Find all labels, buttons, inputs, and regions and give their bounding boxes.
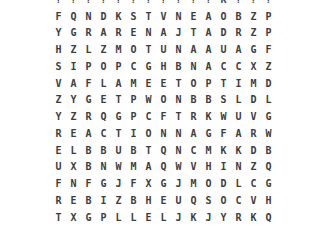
cropped-letter-tip: ? — [81, 0, 96, 8]
letter-cell[interactable]: W — [141, 92, 156, 109]
letter-cell[interactable]: K — [231, 142, 246, 159]
letter-cell[interactable]: A — [201, 8, 216, 25]
letter-cell[interactable]: A — [231, 125, 246, 142]
letter-cell[interactable]: G — [261, 108, 276, 125]
letter-cell[interactable]: E — [51, 142, 66, 159]
letter-cell[interactable]: E — [141, 75, 156, 92]
letter-cell[interactable]: T — [216, 75, 231, 92]
letter-cell[interactable]: S — [51, 58, 66, 75]
letter-cell[interactable]: M — [201, 142, 216, 159]
letter-cell[interactable]: T — [51, 209, 66, 226]
letter-cell[interactable]: H — [141, 192, 156, 209]
letter-cell[interactable]: J — [171, 209, 186, 226]
letter-cell[interactable]: B — [81, 159, 96, 176]
letter-cell[interactable]: K — [246, 209, 261, 226]
letter-cell[interactable]: C — [246, 175, 261, 192]
letter-cell[interactable]: C — [186, 142, 201, 159]
letter-cell[interactable]: P — [81, 58, 96, 75]
letter-cell[interactable]: B — [126, 192, 141, 209]
letter-cell[interactable]: U — [231, 108, 246, 125]
letter-cell[interactable]: F — [51, 8, 66, 25]
letter-cell[interactable]: K — [201, 108, 216, 125]
letter-cell[interactable]: Z — [246, 25, 261, 42]
letter-cell[interactable]: T — [171, 75, 186, 92]
letter-cell[interactable]: B — [126, 142, 141, 159]
letter-cell[interactable]: F — [216, 125, 231, 142]
letter-cell[interactable]: R — [81, 25, 96, 42]
letter-cell[interactable]: G — [96, 175, 111, 192]
letter-cell[interactable]: A — [231, 41, 246, 58]
letter-cell[interactable]: E — [66, 192, 81, 209]
cropped-letter-tip: ? — [261, 0, 276, 8]
letter-cell[interactable]: F — [261, 41, 276, 58]
letter-cell[interactable]: J — [171, 175, 186, 192]
letter-cell[interactable]: T — [111, 125, 126, 142]
letter-cell[interactable]: R — [231, 25, 246, 42]
letter-cell[interactable]: F — [51, 175, 66, 192]
letter-cell[interactable]: R — [231, 209, 246, 226]
letter-cell[interactable]: T — [141, 41, 156, 58]
letter-cell[interactable]: H — [51, 41, 66, 58]
letter-cell[interactable]: G — [81, 92, 96, 109]
letter-cell[interactable]: E — [156, 75, 171, 92]
letter-cell[interactable]: G — [141, 58, 156, 75]
letter-cell[interactable]: S — [201, 192, 216, 209]
letter-cell[interactable]: E — [126, 25, 141, 42]
letter-cell[interactable]: M — [126, 75, 141, 92]
letter-cell[interactable]: F — [126, 175, 141, 192]
letter-cell[interactable]: N — [186, 58, 201, 75]
letter-cell[interactable]: O — [156, 92, 171, 109]
letter-cell[interactable]: T — [171, 108, 186, 125]
letter-cell[interactable]: P — [261, 8, 276, 25]
letter-cell[interactable]: Q — [66, 8, 81, 25]
cropped-letter-tip: ? — [111, 0, 126, 8]
letter-cell[interactable]: M — [126, 159, 141, 176]
letter-cell[interactable]: J — [201, 209, 216, 226]
letter-cell[interactable]: R — [81, 108, 96, 125]
letter-cell[interactable]: I — [216, 159, 231, 176]
letter-cell[interactable]: U — [51, 159, 66, 176]
letter-cell[interactable]: T — [111, 92, 126, 109]
letter-cell[interactable]: L — [111, 209, 126, 226]
letter-cell[interactable]: P — [126, 108, 141, 125]
letter-cell[interactable]: O — [201, 175, 216, 192]
letter-cell[interactable]: O — [216, 192, 231, 209]
letter-cell[interactable]: B — [171, 58, 186, 75]
letter-cell[interactable]: V — [186, 159, 201, 176]
letter-cell[interactable]: J — [111, 175, 126, 192]
letter-cell[interactable]: H — [156, 58, 171, 75]
letter-cell[interactable]: R — [246, 125, 261, 142]
letter-cell[interactable]: V — [51, 75, 66, 92]
letter-cell[interactable]: Q — [261, 209, 276, 226]
letter-cell[interactable]: D — [246, 92, 261, 109]
letter-cell[interactable]: M — [186, 175, 201, 192]
letter-cell[interactable]: P — [96, 209, 111, 226]
letter-cell[interactable]: D — [96, 8, 111, 25]
letter-cell[interactable]: A — [156, 25, 171, 42]
letter-cell[interactable]: A — [111, 75, 126, 92]
cropped-letter-tip: ? — [51, 0, 66, 8]
word-search-grid: ???????????R???FQNDKSTVNEAOBZPYGRARENAJT… — [51, 0, 276, 226]
letter-cell[interactable]: R — [51, 125, 66, 142]
letter-cell[interactable]: E — [186, 8, 201, 25]
letter-cell[interactable]: G — [111, 108, 126, 125]
letter-cell[interactable]: A — [96, 25, 111, 42]
letter-cell[interactable]: D — [261, 75, 276, 92]
letter-cell[interactable]: E — [66, 125, 81, 142]
letter-cell[interactable]: B — [81, 192, 96, 209]
letter-cell[interactable]: E — [141, 209, 156, 226]
letter-cell[interactable]: L — [231, 92, 246, 109]
letter-cell[interactable]: T — [141, 142, 156, 159]
letter-cell[interactable]: G — [156, 175, 171, 192]
letter-cell[interactable]: A — [141, 159, 156, 176]
letter-cell[interactable]: X — [66, 159, 81, 176]
letter-cell[interactable]: B — [231, 8, 246, 25]
letter-cell[interactable]: N — [81, 8, 96, 25]
letter-cell[interactable]: B — [261, 142, 276, 159]
letter-cell[interactable]: L — [126, 209, 141, 226]
letter-cell[interactable]: Q — [261, 159, 276, 176]
letter-cell[interactable]: L — [261, 92, 276, 109]
letter-cell[interactable]: P — [201, 75, 216, 92]
letter-cell[interactable]: Z — [261, 58, 276, 75]
letter-cell[interactable]: V — [156, 8, 171, 25]
letter-cell[interactable]: F — [81, 75, 96, 92]
letter-cell[interactable]: B — [96, 142, 111, 159]
letter-cell[interactable]: U — [171, 192, 186, 209]
letter-cell[interactable]: M — [246, 75, 261, 92]
letter-cell[interactable]: I — [96, 192, 111, 209]
letter-cell[interactable]: C — [216, 58, 231, 75]
cropped-letter-tip: ? — [186, 0, 201, 8]
letter-cell[interactable]: L — [156, 209, 171, 226]
letter-cell[interactable]: C — [126, 58, 141, 75]
letter-cell[interactable]: O — [186, 75, 201, 92]
letter-cell[interactable]: N — [171, 142, 186, 159]
cropped-letter-tip: ? — [96, 0, 111, 8]
letter-cell[interactable]: D — [216, 25, 231, 42]
letter-cell[interactable]: Q — [96, 108, 111, 125]
letter-cell[interactable]: S — [126, 8, 141, 25]
letter-cell[interactable]: E — [96, 92, 111, 109]
letter-cell[interactable]: B — [81, 142, 96, 159]
letter-cell[interactable]: Y — [66, 92, 81, 109]
cropped-letter-tip: ? — [156, 0, 171, 8]
letter-cell[interactable]: R — [186, 108, 201, 125]
letter-cell[interactable]: A — [81, 125, 96, 142]
letter-cell[interactable]: P — [261, 25, 276, 42]
letter-cell[interactable]: C — [231, 192, 246, 209]
letter-cell[interactable]: N — [141, 25, 156, 42]
letter-cell[interactable]: A — [186, 125, 201, 142]
letter-cell[interactable]: H — [261, 192, 276, 209]
cropped-letter-tip: R — [216, 0, 231, 8]
letter-cell[interactable]: X — [141, 175, 156, 192]
letter-cell[interactable]: N — [171, 92, 186, 109]
letter-cell[interactable]: W — [171, 159, 186, 176]
letter-cell[interactable]: O — [141, 125, 156, 142]
letter-cell[interactable]: B — [201, 92, 216, 109]
letter-cell[interactable]: O — [126, 41, 141, 58]
letter-cell[interactable]: Q — [156, 142, 171, 159]
letter-cell[interactable]: X — [66, 209, 81, 226]
cropped-letter-tip: ? — [171, 0, 186, 8]
letter-cell[interactable]: Y — [216, 209, 231, 226]
letter-cell[interactable]: J — [171, 25, 186, 42]
letter-cell[interactable]: I — [126, 125, 141, 142]
letter-cell[interactable]: G — [81, 209, 96, 226]
letter-cell[interactable]: A — [201, 25, 216, 42]
letter-cell[interactable]: V — [246, 108, 261, 125]
letter-cell[interactable]: O — [216, 8, 231, 25]
letter-cell[interactable]: N — [66, 175, 81, 192]
letter-cell[interactable]: L — [66, 142, 81, 159]
letter-cell[interactable]: I — [66, 58, 81, 75]
letter-cell[interactable]: C — [231, 58, 246, 75]
letter-cell[interactable]: G — [261, 175, 276, 192]
letter-cell[interactable]: T — [186, 25, 201, 42]
letter-cell[interactable]: W — [261, 125, 276, 142]
letter-cell[interactable]: G — [246, 41, 261, 58]
letter-cell[interactable]: V — [246, 192, 261, 209]
letter-cell[interactable]: Z — [111, 192, 126, 209]
letter-cell[interactable]: G — [66, 25, 81, 42]
letter-cell[interactable]: W — [111, 159, 126, 176]
letter-cell[interactable]: Z — [246, 159, 261, 176]
letter-cell[interactable]: Z — [51, 92, 66, 109]
cropped-letter-tip: ? — [66, 0, 81, 8]
letter-cell[interactable]: Z — [66, 41, 81, 58]
letter-cell[interactable]: Y — [51, 25, 66, 42]
letter-cell[interactable]: L — [96, 75, 111, 92]
letter-cell[interactable]: N — [231, 159, 246, 176]
letter-cell[interactable]: D — [246, 142, 261, 159]
letter-cell[interactable]: G — [201, 125, 216, 142]
letter-cell[interactable]: A — [201, 58, 216, 75]
letter-cell[interactable]: R — [51, 192, 66, 209]
letter-cell[interactable]: W — [216, 108, 231, 125]
letter-cell[interactable]: N — [96, 159, 111, 176]
letter-cell[interactable]: N — [171, 41, 186, 58]
letter-cell[interactable]: H — [201, 159, 216, 176]
cropped-letter-tip: ? — [246, 0, 261, 8]
letter-cell[interactable]: U — [111, 142, 126, 159]
letter-cell[interactable]: L — [231, 175, 246, 192]
letter-cell[interactable]: A — [201, 41, 216, 58]
letter-cell[interactable]: O — [96, 58, 111, 75]
letter-cell[interactable]: L — [81, 41, 96, 58]
letter-cell[interactable]: U — [156, 41, 171, 58]
word-search-page: { "game": "word-search", "grid": { "colu… — [0, 0, 336, 252]
letter-cell[interactable]: K — [186, 209, 201, 226]
letter-cell[interactable]: C — [141, 108, 156, 125]
letter-cell[interactable]: P — [111, 58, 126, 75]
letter-cell[interactable]: A — [66, 75, 81, 92]
letter-cell[interactable]: S — [216, 92, 231, 109]
cropped-letter-tip: ? — [141, 0, 156, 8]
letter-cell[interactable]: R — [111, 25, 126, 42]
letter-cell[interactable]: D — [216, 175, 231, 192]
letter-cell[interactable]: N — [156, 125, 171, 142]
letter-cell[interactable]: Q — [156, 159, 171, 176]
letter-cell[interactable]: C — [96, 125, 111, 142]
letter-cell[interactable]: B — [186, 92, 201, 109]
letter-cell[interactable]: M — [111, 41, 126, 58]
letter-cell[interactable]: N — [171, 8, 186, 25]
letter-cell[interactable]: I — [231, 75, 246, 92]
letter-cell[interactable]: Z — [66, 108, 81, 125]
letter-cell[interactable]: Y — [51, 108, 66, 125]
letter-cell[interactable]: T — [141, 8, 156, 25]
letter-cell[interactable]: Q — [186, 192, 201, 209]
cropped-letter-tip: ? — [231, 0, 246, 8]
letter-cell[interactable]: K — [111, 8, 126, 25]
cropped-letter-tip: ? — [201, 0, 216, 8]
letter-cell[interactable]: P — [126, 92, 141, 109]
letter-cell[interactable]: F — [81, 175, 96, 192]
cropped-letter-tip: ? — [126, 0, 141, 8]
letter-cell[interactable]: U — [216, 41, 231, 58]
letter-cell[interactable]: Z — [96, 41, 111, 58]
letter-cell[interactable]: F — [156, 108, 171, 125]
letter-cell[interactable]: N — [171, 125, 186, 142]
letter-cell[interactable]: E — [156, 192, 171, 209]
letter-cell[interactable]: Z — [246, 8, 261, 25]
letter-cell[interactable]: K — [216, 142, 231, 159]
letter-cell[interactable]: X — [246, 58, 261, 75]
letter-cell[interactable]: A — [186, 41, 201, 58]
